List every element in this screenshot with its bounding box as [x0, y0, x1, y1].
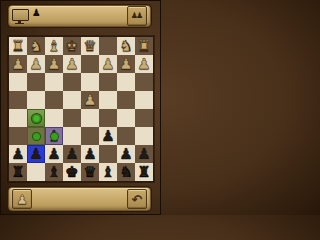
piece-bN-b8: ♞: [117, 163, 135, 181]
undo-button[interactable]: ↶: [127, 189, 147, 209]
piece-wB-f1: ♝: [45, 37, 63, 55]
square-e7[interactable]: ♟: [63, 145, 81, 163]
piece-wP-a2: ♟: [135, 55, 153, 73]
piece-bP-f7: ♟: [45, 145, 63, 163]
piece-bB-f8: ♝: [45, 163, 63, 181]
square-g4[interactable]: [27, 91, 45, 109]
square-c3[interactable]: [99, 73, 117, 91]
square-d8[interactable]: ♛: [81, 163, 99, 181]
square-h4[interactable]: [9, 91, 27, 109]
square-d7[interactable]: ♟: [81, 145, 99, 163]
square-g2[interactable]: ♟: [27, 55, 45, 73]
bottom-bar: ♟ ↶: [8, 187, 151, 211]
square-b3[interactable]: [117, 73, 135, 91]
piece-wQ-d1: ♛: [81, 37, 99, 55]
square-h5[interactable]: [9, 109, 27, 127]
square-a8[interactable]: ♜: [135, 163, 153, 181]
square-h7[interactable]: ♟: [9, 145, 27, 163]
square-h2[interactable]: ♟: [9, 55, 27, 73]
square-g3[interactable]: [27, 73, 45, 91]
square-d1[interactable]: ♛: [81, 37, 99, 55]
square-g1[interactable]: ♞: [27, 37, 45, 55]
piece-wP-e2: ♟: [63, 55, 81, 73]
square-e5[interactable]: [63, 109, 81, 127]
piece-bR-h8: ♜: [9, 163, 27, 181]
piece-bR-a8: ♜: [135, 163, 153, 181]
engine-status-group: ♟: [12, 11, 41, 21]
piece-wK-e1: ♚: [63, 37, 81, 55]
square-b8[interactable]: ♞: [117, 163, 135, 181]
piece-bP-g7: ♟: [27, 145, 45, 163]
square-e8[interactable]: ♚: [63, 163, 81, 181]
square-e1[interactable]: ♚: [63, 37, 81, 55]
square-d6[interactable]: [81, 127, 99, 145]
top-bar: ♟ ♟♟: [8, 5, 151, 27]
piece-wN-g1: ♞: [27, 37, 45, 55]
piece-bP-b7: ♟: [117, 145, 135, 163]
square-b6[interactable]: [117, 127, 135, 145]
piece-bQ-d8: ♛: [81, 163, 99, 181]
square-b5[interactable]: [117, 109, 135, 127]
two-pawns-icon: ♟♟: [133, 12, 141, 20]
piece-bP-c6: ♟: [99, 127, 117, 145]
piece-wN-b1: ♞: [117, 37, 135, 55]
square-f4[interactable]: [45, 91, 63, 109]
square-c1[interactable]: [99, 37, 117, 55]
piece-wP-b2: ♟: [117, 55, 135, 73]
player-piece-button[interactable]: ♟: [12, 189, 32, 209]
square-c4[interactable]: [99, 91, 117, 109]
chess-board: ♜♞♝♚♛♞♜♟♟♟♟♟♟♟♟♝♟♟♟♟♟♟♟♟♜♝♚♛♝♞♜: [8, 36, 154, 182]
square-g5[interactable]: [27, 109, 45, 127]
square-b2[interactable]: ♟: [117, 55, 135, 73]
square-f5[interactable]: [45, 109, 63, 127]
square-b1[interactable]: ♞: [117, 37, 135, 55]
square-b4[interactable]: [117, 91, 135, 109]
black-pawn-icon: ♟: [32, 8, 41, 18]
square-d3[interactable]: [81, 73, 99, 91]
square-g8[interactable]: [27, 163, 45, 181]
square-a4[interactable]: [135, 91, 153, 109]
piece-bB-c8: ♝: [99, 163, 117, 181]
square-b7[interactable]: ♟: [117, 145, 135, 163]
square-a2[interactable]: ♟: [135, 55, 153, 73]
square-a6[interactable]: [135, 127, 153, 145]
square-d4[interactable]: ♟: [81, 91, 99, 109]
undo-arrow-icon: ↶: [132, 193, 143, 206]
square-f7[interactable]: ♟: [45, 145, 63, 163]
piece-wP-d4: ♟: [81, 91, 99, 109]
square-a3[interactable]: [135, 73, 153, 91]
legal-move-dot-f6: [51, 133, 58, 140]
square-g7[interactable]: ♟: [27, 145, 45, 163]
square-c2[interactable]: ♟: [99, 55, 117, 73]
square-a5[interactable]: [135, 109, 153, 127]
square-f8[interactable]: ♝: [45, 163, 63, 181]
square-f2[interactable]: ♟: [45, 55, 63, 73]
square-e3[interactable]: [63, 73, 81, 91]
square-d5[interactable]: [81, 109, 99, 127]
piece-wR-a1: ♜: [135, 37, 153, 55]
square-f1[interactable]: ♝: [45, 37, 63, 55]
piece-bP-d7: ♟: [81, 145, 99, 163]
square-e6[interactable]: [63, 127, 81, 145]
square-c8[interactable]: ♝: [99, 163, 117, 181]
square-c6[interactable]: ♟: [99, 127, 117, 145]
piece-wP-f2: ♟: [45, 55, 63, 73]
legal-move-dot-g5: [32, 114, 41, 123]
piece-bP-h7: ♟: [9, 145, 27, 163]
piece-wR-h1: ♜: [9, 37, 27, 55]
computer-monitor-icon: [12, 9, 29, 21]
square-h8[interactable]: ♜: [9, 163, 27, 181]
square-e4[interactable]: [63, 91, 81, 109]
piece-bP-e7: ♟: [63, 145, 81, 163]
square-d2[interactable]: [81, 55, 99, 73]
square-h1[interactable]: ♜: [9, 37, 27, 55]
square-a1[interactable]: ♜: [135, 37, 153, 55]
square-f3[interactable]: [45, 73, 63, 91]
square-c7[interactable]: [99, 145, 117, 163]
chess-app-screen: { "game": "chess", "app_style": "wooden …: [0, 0, 161, 215]
piece-wP-c2: ♟: [99, 55, 117, 73]
piece-wP-g2: ♟: [27, 55, 45, 73]
square-h6[interactable]: [9, 127, 27, 145]
piece-wP-h2: ♟: [9, 55, 27, 73]
square-f6[interactable]: ♝: [45, 127, 63, 145]
piece-bP-a7: ♟: [135, 145, 153, 163]
legal-move-dot-g6: [33, 133, 40, 140]
square-h3[interactable]: [9, 73, 27, 91]
square-g6[interactable]: [27, 127, 45, 145]
players-settings-button[interactable]: ♟♟: [127, 6, 147, 26]
square-c5[interactable]: [99, 109, 117, 127]
white-pawn-icon: ♟: [16, 193, 28, 206]
square-a7[interactable]: ♟: [135, 145, 153, 163]
square-e2[interactable]: ♟: [63, 55, 81, 73]
piece-bK-e8: ♚: [63, 163, 81, 181]
